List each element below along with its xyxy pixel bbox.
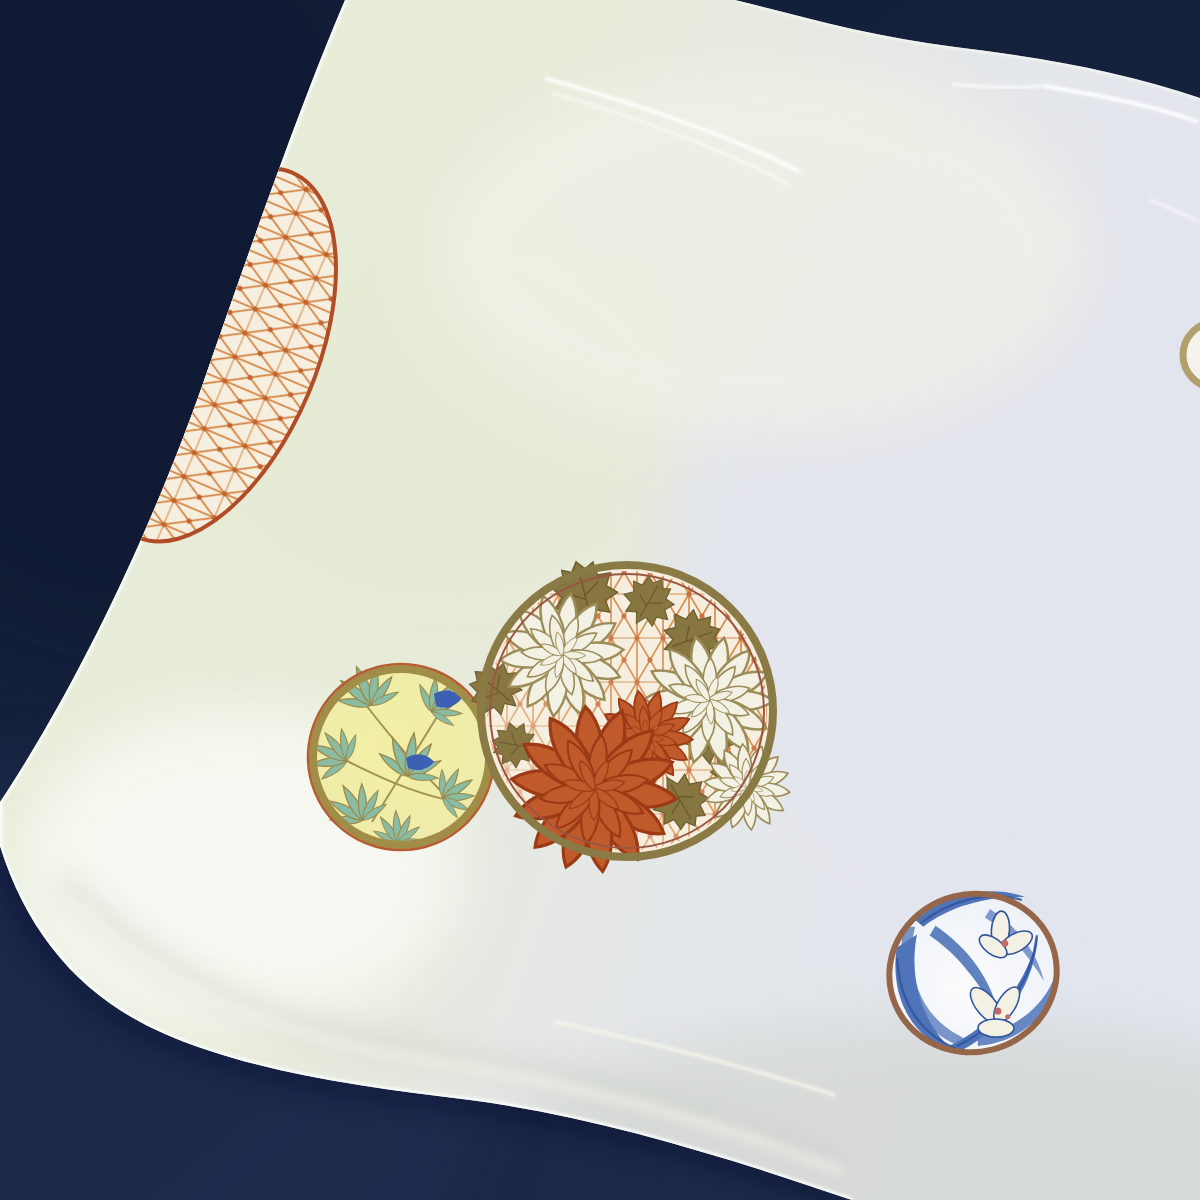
glaze-ivory-zone [430, 60, 1090, 440]
scene-canvas [0, 0, 1200, 1200]
photo-of-plate-on-fabric: White porcelain square plate with chrysa… [0, 0, 1200, 1200]
